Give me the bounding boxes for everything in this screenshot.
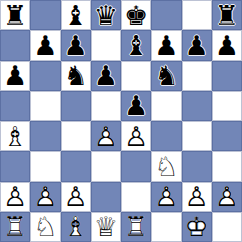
square-f4[interactable] [151, 121, 181, 151]
square-f5[interactable] [151, 91, 181, 121]
square-b2[interactable]: ♟♙ [30, 182, 60, 212]
square-b1[interactable]: ♞♘ [30, 212, 60, 242]
square-c8[interactable]: ♝ [61, 0, 91, 30]
black-pawn-piece: ♟ [30, 30, 60, 60]
white-pawn-piece: ♟♙ [212, 182, 242, 212]
piece-outline-layer: ♖ [121, 212, 151, 242]
white-bishop-piece: ♝♗ [0, 121, 30, 151]
square-e5[interactable]: ♟ [121, 91, 151, 121]
square-f1[interactable] [151, 212, 181, 242]
white-knight-piece: ♞♘ [30, 212, 60, 242]
square-h5[interactable] [212, 91, 242, 121]
piece-outline-layer: ♙ [182, 182, 212, 212]
black-knight-piece: ♞ [151, 61, 181, 91]
square-g1[interactable]: ♚♔ [182, 212, 212, 242]
black-rook-piece: ♜ [0, 0, 30, 30]
square-c4[interactable] [61, 121, 91, 151]
white-queen-piece: ♛♕ [91, 212, 121, 242]
chess-board: ♜♝♛♚♜♟♟♝♟♟♟♟♞♟♞♟♝♗♟♙♟♙♞♘♟♙♟♙♟♙♟♙♟♙♟♙♜♖♞♘… [0, 0, 242, 242]
piece-outline-layer: ♔ [182, 212, 212, 242]
black-pawn-piece: ♟ [121, 91, 151, 121]
square-h1[interactable] [212, 212, 242, 242]
square-a3[interactable] [0, 151, 30, 181]
piece-outline-layer: ♙ [121, 121, 151, 151]
square-g7[interactable]: ♟ [182, 30, 212, 60]
square-f3[interactable]: ♞♘ [151, 151, 181, 181]
square-d8[interactable]: ♛ [91, 0, 121, 30]
black-pawn-piece: ♟ [91, 61, 121, 91]
white-rook-piece: ♜♖ [0, 212, 30, 242]
white-knight-piece: ♞♘ [151, 151, 181, 181]
square-d6[interactable]: ♟ [91, 61, 121, 91]
square-c6[interactable]: ♞ [61, 61, 91, 91]
square-f2[interactable]: ♟♙ [151, 182, 181, 212]
square-b8[interactable] [30, 0, 60, 30]
square-a1[interactable]: ♜♖ [0, 212, 30, 242]
piece-outline-layer: ♗ [61, 212, 91, 242]
square-d1[interactable]: ♛♕ [91, 212, 121, 242]
square-g4[interactable] [182, 121, 212, 151]
black-knight-piece: ♞ [61, 61, 91, 91]
white-king-piece: ♚♔ [182, 212, 212, 242]
piece-outline-layer: ♙ [61, 182, 91, 212]
square-h6[interactable] [212, 61, 242, 91]
black-pawn-piece: ♟ [0, 61, 30, 91]
square-e4[interactable]: ♟♙ [121, 121, 151, 151]
piece-outline-layer: ♖ [0, 212, 30, 242]
square-g8[interactable] [182, 0, 212, 30]
black-queen-piece: ♛ [91, 0, 121, 30]
square-h2[interactable]: ♟♙ [212, 182, 242, 212]
piece-outline-layer: ♕ [91, 212, 121, 242]
square-d3[interactable] [91, 151, 121, 181]
square-a5[interactable] [0, 91, 30, 121]
square-a6[interactable]: ♟ [0, 61, 30, 91]
square-d7[interactable] [91, 30, 121, 60]
square-d2[interactable] [91, 182, 121, 212]
square-d4[interactable]: ♟♙ [91, 121, 121, 151]
black-pawn-piece: ♟ [61, 30, 91, 60]
square-h4[interactable] [212, 121, 242, 151]
white-pawn-piece: ♟♙ [0, 182, 30, 212]
white-pawn-piece: ♟♙ [182, 182, 212, 212]
white-pawn-piece: ♟♙ [121, 121, 151, 151]
square-g6[interactable] [182, 61, 212, 91]
square-g5[interactable] [182, 91, 212, 121]
white-pawn-piece: ♟♙ [61, 182, 91, 212]
square-f6[interactable]: ♞ [151, 61, 181, 91]
square-h7[interactable]: ♟ [212, 30, 242, 60]
piece-outline-layer: ♘ [151, 151, 181, 181]
black-pawn-piece: ♟ [151, 30, 181, 60]
square-e2[interactable] [121, 182, 151, 212]
square-g3[interactable] [182, 151, 212, 181]
piece-outline-layer: ♘ [30, 212, 60, 242]
square-d5[interactable] [91, 91, 121, 121]
square-e3[interactable] [121, 151, 151, 181]
square-c7[interactable]: ♟ [61, 30, 91, 60]
piece-outline-layer: ♙ [212, 182, 242, 212]
black-bishop-piece: ♝ [61, 0, 91, 30]
square-e6[interactable] [121, 61, 151, 91]
square-f8[interactable] [151, 0, 181, 30]
square-b6[interactable] [30, 61, 60, 91]
square-e7[interactable]: ♝ [121, 30, 151, 60]
square-a7[interactable] [0, 30, 30, 60]
white-rook-piece: ♜♖ [121, 212, 151, 242]
white-bishop-piece: ♝♗ [61, 212, 91, 242]
square-a2[interactable]: ♟♙ [0, 182, 30, 212]
black-pawn-piece: ♟ [212, 30, 242, 60]
square-g2[interactable]: ♟♙ [182, 182, 212, 212]
square-b4[interactable] [30, 121, 60, 151]
square-b5[interactable] [30, 91, 60, 121]
piece-outline-layer: ♙ [151, 182, 181, 212]
square-b7[interactable]: ♟ [30, 30, 60, 60]
square-h3[interactable] [212, 151, 242, 181]
square-c3[interactable] [61, 151, 91, 181]
square-a8[interactable]: ♜ [0, 0, 30, 30]
piece-outline-layer: ♙ [91, 121, 121, 151]
square-c2[interactable]: ♟♙ [61, 182, 91, 212]
piece-outline-layer: ♗ [0, 121, 30, 151]
square-c1[interactable]: ♝♗ [61, 212, 91, 242]
square-e1[interactable]: ♜♖ [121, 212, 151, 242]
black-king-piece: ♚ [121, 0, 151, 30]
white-pawn-piece: ♟♙ [30, 182, 60, 212]
black-rook-piece: ♜ [212, 0, 242, 30]
black-pawn-piece: ♟ [182, 30, 212, 60]
square-f7[interactable]: ♟ [151, 30, 181, 60]
square-e8[interactable]: ♚ [121, 0, 151, 30]
square-h8[interactable]: ♜ [212, 0, 242, 30]
square-a4[interactable]: ♝♗ [0, 121, 30, 151]
piece-outline-layer: ♙ [0, 182, 30, 212]
piece-outline-layer: ♙ [30, 182, 60, 212]
black-bishop-piece: ♝ [121, 30, 151, 60]
square-c5[interactable] [61, 91, 91, 121]
white-pawn-piece: ♟♙ [151, 182, 181, 212]
white-pawn-piece: ♟♙ [91, 121, 121, 151]
square-b3[interactable] [30, 151, 60, 181]
